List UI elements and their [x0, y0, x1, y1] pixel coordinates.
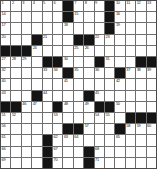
clue-number: 47: [33, 102, 37, 106]
cell-r10c4[interactable]: 47: [32, 102, 41, 112]
cell-r14c10[interactable]: 68: [95, 147, 104, 157]
cell-r12c6[interactable]: [53, 124, 62, 134]
clue-number: 27: [2, 57, 6, 61]
clue-number: 10: [116, 1, 120, 5]
clue-number: 58: [126, 124, 130, 128]
black-cell-r13c5: [43, 135, 52, 145]
cell-r12c14[interactable]: 59: [136, 124, 145, 134]
cell-r1c3[interactable]: 3: [22, 1, 31, 11]
cell-r7c3[interactable]: [22, 68, 31, 78]
cell-r9c2[interactable]: [11, 91, 20, 101]
cell-r8c14[interactable]: [136, 79, 145, 89]
black-cell-r7c7: [63, 68, 72, 78]
cell-r9c13[interactable]: [126, 91, 135, 101]
black-cell-r12c7: [63, 124, 72, 134]
clue-number: 70: [53, 158, 57, 162]
cell-r10c12[interactable]: 50: [115, 102, 124, 112]
cell-r1c6[interactable]: 6: [53, 1, 62, 11]
cell-r5c7[interactable]: [63, 46, 72, 56]
clue-number: 36: [95, 68, 99, 72]
cell-r15c1[interactable]: 69: [1, 158, 10, 168]
cell-r1c15[interactable]: 13: [147, 1, 156, 11]
cell-r10c15[interactable]: [147, 102, 156, 112]
cell-r15c7[interactable]: [63, 158, 72, 168]
cell-r5c12[interactable]: [115, 46, 124, 56]
clue-number: 52: [12, 113, 16, 117]
clue-number: 32: [2, 68, 6, 72]
cell-r13c4[interactable]: [32, 135, 41, 145]
cell-r3c14[interactable]: [136, 23, 145, 33]
cell-r5c8[interactable]: 25: [74, 46, 83, 56]
black-cell-r6c15: [147, 57, 156, 67]
cell-r9c12[interactable]: [115, 91, 124, 101]
cell-r11c12[interactable]: [115, 113, 124, 123]
cell-r13c13[interactable]: [126, 135, 135, 145]
cell-r5c13[interactable]: [126, 46, 135, 56]
cell-r2c9[interactable]: [84, 12, 93, 22]
black-cell-r6c10: [95, 57, 104, 67]
cell-r4c2[interactable]: [11, 35, 20, 45]
cell-r11c10[interactable]: 54: [95, 113, 104, 123]
cell-r10c14[interactable]: [136, 102, 145, 112]
black-cell-r12c8: [74, 124, 83, 134]
cell-r1c8[interactable]: 7: [74, 1, 83, 11]
cell-r4c11[interactable]: 23: [105, 35, 114, 45]
clue-number: 9: [95, 1, 97, 5]
cell-r12c10[interactable]: [95, 124, 104, 134]
black-cell-r10c6: [53, 102, 62, 112]
cell-r5c5[interactable]: [43, 46, 52, 56]
cell-r7c15[interactable]: 39: [147, 68, 156, 78]
clue-number: 31: [105, 57, 109, 61]
cell-r4c15[interactable]: [147, 35, 156, 45]
cell-r12c13[interactable]: 58: [126, 124, 135, 134]
clue-number: 67: [53, 147, 57, 151]
cell-r11c2[interactable]: 52: [11, 113, 20, 123]
clue-number: 38: [137, 68, 141, 72]
black-cell-r4c8: [74, 35, 83, 45]
cell-r4c5[interactable]: 21: [43, 35, 52, 45]
clue-number: 6: [53, 1, 55, 5]
cell-r8c15[interactable]: [147, 79, 156, 89]
cell-r7c5[interactable]: 33: [43, 68, 52, 78]
clue-number: 50: [116, 102, 120, 106]
cell-r2c6[interactable]: [53, 12, 62, 22]
cell-r8c9[interactable]: [84, 79, 93, 89]
cell-r11c1[interactable]: 51: [1, 113, 10, 123]
cell-r4c7[interactable]: [63, 35, 72, 45]
cell-r6c9[interactable]: [84, 57, 93, 67]
clue-number: 21: [43, 35, 47, 39]
clue-number: 20: [2, 35, 6, 39]
cell-r7c1[interactable]: 32: [1, 68, 10, 78]
cell-r9c3[interactable]: [22, 91, 31, 101]
cell-r4c12[interactable]: [115, 35, 124, 45]
cell-r13c15[interactable]: [147, 135, 156, 145]
cell-r3c2[interactable]: [11, 23, 20, 33]
cell-r3c5[interactable]: [43, 23, 52, 33]
cell-r8c8[interactable]: [74, 79, 83, 89]
clue-number: 43: [2, 91, 6, 95]
clue-number: 37: [126, 68, 130, 72]
cell-r7c4[interactable]: [32, 68, 41, 78]
cell-r2c13[interactable]: [126, 12, 135, 22]
clue-number: 13: [147, 1, 151, 5]
cell-r14c7[interactable]: [63, 147, 72, 157]
cell-r12c11[interactable]: [105, 124, 114, 134]
cell-r6c7[interactable]: 30: [63, 57, 72, 67]
black-cell-r6c6: [53, 57, 62, 67]
cell-r10c8[interactable]: [74, 102, 83, 112]
black-cell-r10c2: [11, 102, 20, 112]
clue-number: 65: [116, 135, 120, 139]
clue-number: 7: [74, 1, 76, 5]
cell-r4c10[interactable]: 22: [95, 35, 104, 45]
cell-r2c2[interactable]: [11, 12, 20, 22]
cell-r15c12[interactable]: [115, 158, 124, 168]
cell-r7c8[interactable]: 35: [74, 68, 83, 78]
cell-r6c8[interactable]: [74, 57, 83, 67]
cell-r15c13[interactable]: [126, 158, 135, 168]
cell-r5c11[interactable]: [105, 46, 114, 56]
black-cell-r10c10: [95, 102, 104, 112]
crossword-grid: 1234567891011121314151617181920212223242…: [0, 0, 157, 169]
clue-number: 1: [2, 1, 4, 5]
clue-number: 59: [137, 124, 141, 128]
clue-number: 40: [2, 79, 6, 83]
cell-r6c1[interactable]: 27: [1, 57, 10, 67]
clue-number: 14: [2, 12, 6, 16]
cell-r8c7[interactable]: 41: [63, 79, 72, 89]
black-cell-r5c1: [1, 46, 10, 56]
cell-r9c15[interactable]: [147, 91, 156, 101]
clue-number: 51: [2, 113, 6, 117]
clue-number: 46: [22, 102, 26, 106]
cell-r13c11[interactable]: [105, 135, 114, 145]
cell-r14c12[interactable]: [115, 147, 124, 157]
clue-number: 61: [2, 135, 6, 139]
cell-r12c5[interactable]: [43, 124, 52, 134]
cell-r8c12[interactable]: 42: [115, 79, 124, 89]
black-cell-r2c7: [63, 12, 72, 22]
clue-number: 42: [116, 79, 120, 83]
clue-number: 62: [53, 135, 57, 139]
black-cell-r6c14: [136, 57, 145, 67]
cell-r9c1[interactable]: 43: [1, 91, 10, 101]
cell-r12c9[interactable]: 57: [84, 124, 93, 134]
cell-r9c11[interactable]: [105, 91, 114, 101]
cell-r14c4[interactable]: [32, 147, 41, 157]
cell-r7c11[interactable]: [105, 68, 114, 78]
black-cell-r4c9: [84, 35, 93, 45]
cell-r7c6[interactable]: 34: [53, 68, 62, 78]
cell-r15c14[interactable]: [136, 158, 145, 168]
black-cell-r11c13: [126, 113, 135, 123]
clue-number: 12: [137, 1, 141, 5]
cell-r5c6[interactable]: [53, 46, 62, 56]
clue-number: 24: [33, 46, 37, 50]
cell-r3c1[interactable]: 17: [1, 23, 10, 33]
cell-r7c10[interactable]: 36: [95, 68, 104, 78]
cell-r3c8[interactable]: [74, 23, 83, 33]
cell-r3c12[interactable]: 19: [115, 23, 124, 33]
black-cell-r2c11: [105, 12, 114, 22]
cell-r9c7[interactable]: [63, 91, 72, 101]
black-cell-r1c7: [63, 1, 72, 11]
clue-number: 41: [64, 79, 68, 83]
cell-r13c2[interactable]: [11, 135, 20, 145]
cell-r12c1[interactable]: 56: [1, 124, 10, 134]
cell-r5c10[interactable]: [95, 46, 104, 56]
cell-r3c7[interactable]: 18: [63, 23, 72, 33]
cell-r3c13[interactable]: [126, 23, 135, 33]
clue-number: 30: [64, 57, 68, 61]
cell-r8c3[interactable]: [22, 79, 31, 89]
cell-r1c1[interactable]: 1: [1, 1, 10, 11]
cell-r11c11[interactable]: 55: [105, 113, 114, 123]
cell-r3c4[interactable]: [32, 23, 41, 33]
clue-number: 57: [85, 124, 89, 128]
cell-r14c3[interactable]: [22, 147, 31, 157]
cell-r12c4[interactable]: [32, 124, 41, 134]
cell-r8c13[interactable]: [126, 79, 135, 89]
clue-number: 34: [53, 68, 57, 72]
cell-r11c8[interactable]: [74, 113, 83, 123]
cell-r8c6[interactable]: [53, 79, 62, 89]
cell-r10c3[interactable]: 46: [22, 102, 31, 112]
clue-number: 44: [43, 91, 47, 95]
black-cell-r14c9: [84, 147, 93, 157]
cell-r2c3[interactable]: [22, 12, 31, 22]
cell-r11c5[interactable]: [43, 113, 52, 123]
cell-r14c6[interactable]: 67: [53, 147, 62, 157]
cell-r5c4[interactable]: 24: [32, 46, 41, 56]
clue-number: 56: [2, 124, 6, 128]
cell-r2c12[interactable]: 16: [115, 12, 124, 22]
cell-r8c1[interactable]: 40: [1, 79, 10, 89]
clue-number: 71: [95, 158, 99, 162]
clue-number: 26: [85, 46, 89, 50]
cell-r11c4[interactable]: [32, 113, 41, 123]
cell-r9c8[interactable]: [74, 91, 83, 101]
cell-r5c9[interactable]: 26: [84, 46, 93, 56]
cell-r11c7[interactable]: [63, 113, 72, 123]
cell-r1c2[interactable]: 2: [11, 1, 20, 11]
cell-r7c13[interactable]: 37: [126, 68, 135, 78]
cell-r13c7[interactable]: 63: [63, 135, 72, 145]
black-cell-r7c12: [115, 68, 124, 78]
cell-r15c6[interactable]: 70: [53, 158, 62, 168]
black-cell-r15c9: [84, 158, 93, 168]
black-cell-r9c9: [84, 91, 93, 101]
cell-r5c15[interactable]: [147, 46, 156, 56]
black-cell-r11c14: [136, 113, 145, 123]
clue-number: 60: [147, 124, 151, 128]
cell-r15c11[interactable]: [105, 158, 114, 168]
clue-number: 55: [105, 113, 109, 117]
cell-r12c15[interactable]: 60: [147, 124, 156, 134]
cell-r14c8[interactable]: [74, 147, 83, 157]
cell-r13c14[interactable]: [136, 135, 145, 145]
cell-r8c5[interactable]: [43, 79, 52, 89]
cell-r14c13[interactable]: [126, 147, 135, 157]
cell-r2c4[interactable]: [32, 12, 41, 22]
cell-r2c14[interactable]: [136, 12, 145, 22]
cell-r4c1[interactable]: 20: [1, 35, 10, 45]
cell-r8c4[interactable]: [32, 79, 41, 89]
cell-r13c8[interactable]: 64: [74, 135, 83, 145]
cell-r13c9[interactable]: [84, 135, 93, 145]
clue-number: 16: [116, 12, 120, 16]
black-cell-r11c15: [147, 113, 156, 123]
cell-r6c4[interactable]: [32, 57, 41, 67]
cell-r7c9[interactable]: [84, 68, 93, 78]
cell-r1c13[interactable]: 11: [126, 1, 135, 11]
clue-number: 54: [95, 113, 99, 117]
clue-number: 22: [95, 35, 99, 39]
cell-r1c9[interactable]: 8: [84, 1, 93, 11]
black-cell-r5c2: [11, 46, 20, 56]
cell-r1c4[interactable]: 4: [32, 1, 41, 11]
cell-r15c4[interactable]: [32, 158, 41, 168]
cell-r15c15[interactable]: [147, 158, 156, 168]
cell-r11c9[interactable]: [84, 113, 93, 123]
cell-r13c12[interactable]: 65: [115, 135, 124, 145]
cell-r3c3[interactable]: [22, 23, 31, 33]
cell-r6c11[interactable]: 31: [105, 57, 114, 67]
cell-r8c10[interactable]: [95, 79, 104, 89]
cell-r15c3[interactable]: [22, 158, 31, 168]
cell-r6c2[interactable]: 28: [11, 57, 20, 67]
cell-r2c10[interactable]: [95, 12, 104, 22]
clue-number: 11: [126, 1, 130, 5]
cell-r12c2[interactable]: [11, 124, 20, 134]
cell-r9c5[interactable]: 44: [43, 91, 52, 101]
clue-number: 33: [43, 68, 47, 72]
clue-number: 63: [64, 135, 68, 139]
cell-r11c6[interactable]: 53: [53, 113, 62, 123]
clue-number: 64: [74, 135, 78, 139]
cell-r13c1[interactable]: 61: [1, 135, 10, 145]
cell-r2c5[interactable]: [43, 12, 52, 22]
cell-r3c9[interactable]: [84, 23, 93, 33]
black-cell-r10c11: [105, 102, 114, 112]
clue-number: 29: [22, 57, 26, 61]
cell-r6c3[interactable]: 29: [22, 57, 31, 67]
cell-r9c6[interactable]: [53, 91, 62, 101]
cell-r2c8[interactable]: 15: [74, 12, 83, 22]
clue-number: 28: [12, 57, 16, 61]
cell-r13c10[interactable]: [95, 135, 104, 145]
cell-r14c15[interactable]: [147, 147, 156, 157]
cell-r1c10[interactable]: 9: [95, 1, 104, 11]
cell-r4c13[interactable]: [126, 35, 135, 45]
clue-number: 4: [33, 1, 35, 5]
clue-number: 68: [95, 147, 99, 151]
clue-number: 8: [85, 1, 87, 5]
cell-r15c10[interactable]: 71: [95, 158, 104, 168]
cell-r4c6[interactable]: [53, 35, 62, 45]
cell-r5c14[interactable]: [136, 46, 145, 56]
clue-number: 53: [53, 113, 57, 117]
black-cell-r12c12: [115, 124, 124, 134]
clue-number: 23: [105, 35, 109, 39]
clue-number: 3: [22, 1, 24, 5]
cell-r11c3[interactable]: [22, 113, 31, 123]
clue-number: 48: [64, 102, 68, 106]
cell-r13c6[interactable]: 62: [53, 135, 62, 145]
cell-r14c11[interactable]: [105, 147, 114, 157]
cell-r4c14[interactable]: [136, 35, 145, 45]
cell-r10c13[interactable]: [126, 102, 135, 112]
cell-r9c14[interactable]: [136, 91, 145, 101]
cell-r12c3[interactable]: [22, 124, 31, 134]
clue-number: 19: [116, 23, 120, 27]
clue-number: 45: [95, 91, 99, 95]
cell-r14c14[interactable]: [136, 147, 145, 157]
cell-r6c12[interactable]: [115, 57, 124, 67]
black-cell-r4c4: [32, 35, 41, 45]
cell-r6c13[interactable]: [126, 57, 135, 67]
black-cell-r6c5: [43, 57, 52, 67]
cell-r10c9[interactable]: 49: [84, 102, 93, 112]
black-cell-r5c3: [22, 46, 31, 56]
black-cell-r15c5: [43, 158, 52, 168]
cell-r1c12[interactable]: 10: [115, 1, 124, 11]
clue-number: 5: [43, 1, 45, 5]
clue-number: 49: [85, 102, 89, 106]
clue-number: 39: [147, 68, 151, 72]
cell-r13c3[interactable]: [22, 135, 31, 145]
cell-r9c10[interactable]: 45: [95, 91, 104, 101]
cell-r2c15[interactable]: [147, 12, 156, 22]
clue-number: 15: [74, 12, 78, 16]
black-cell-r10c1: [1, 102, 10, 112]
clue-number: 69: [2, 158, 6, 162]
cell-r3c15[interactable]: [147, 23, 156, 33]
clue-number: 35: [74, 68, 78, 72]
black-cell-r3c11: [105, 23, 114, 33]
clue-number: 25: [74, 46, 78, 50]
clue-number: 2: [12, 1, 14, 5]
cell-r15c8[interactable]: [74, 158, 83, 168]
cell-r3c10[interactable]: [95, 23, 104, 33]
black-cell-r1c11: [105, 1, 114, 11]
cell-r10c7[interactable]: 48: [63, 102, 72, 112]
clue-number: 18: [64, 23, 68, 27]
cell-r15c2[interactable]: [11, 158, 20, 168]
cell-r8c2[interactable]: [11, 79, 20, 89]
cell-r8c11[interactable]: [105, 79, 114, 89]
cell-r3c6[interactable]: [53, 23, 62, 33]
cell-r7c14[interactable]: 38: [136, 68, 145, 78]
cell-r14c2[interactable]: [11, 147, 20, 157]
cell-r10c5[interactable]: [43, 102, 52, 112]
black-cell-r14c5: [43, 147, 52, 157]
clue-number: 17: [2, 23, 6, 27]
cell-r1c5[interactable]: 5: [43, 1, 52, 11]
black-cell-r9c4: [32, 91, 41, 101]
cell-r1c14[interactable]: 12: [136, 1, 145, 11]
cell-r7c2[interactable]: [11, 68, 20, 78]
clue-number: 66: [2, 147, 6, 151]
cell-r4c3[interactable]: [22, 35, 31, 45]
cell-r2c1[interactable]: 14: [1, 12, 10, 22]
cell-r14c1[interactable]: 66: [1, 147, 10, 157]
